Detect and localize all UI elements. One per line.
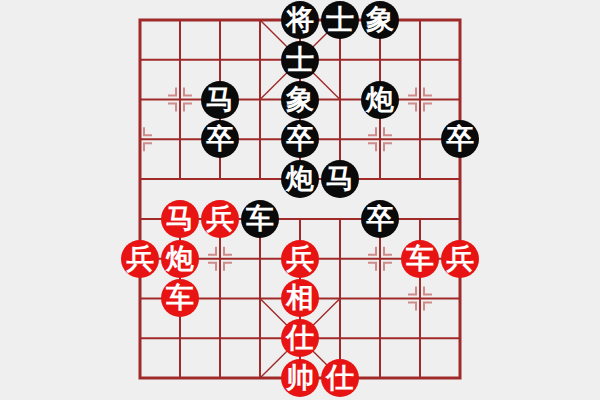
- piece-black-elephant[interactable]: 象: [361, 1, 399, 39]
- piece-black-elephant[interactable]: 象: [281, 81, 319, 119]
- piece-black-general[interactable]: 将: [281, 1, 319, 39]
- piece-black-cannon[interactable]: 炮: [281, 160, 319, 198]
- xiangqi-board: 将士象士马象炮卒卒卒炮马马兵车卒兵炮兵车兵车相仕帅仕: [0, 0, 600, 400]
- piece-black-horse[interactable]: 马: [321, 160, 359, 198]
- piece-black-horse[interactable]: 马: [201, 81, 239, 119]
- piece-red-advisor[interactable]: 仕: [281, 319, 319, 357]
- piece-black-soldier[interactable]: 卒: [281, 120, 319, 158]
- piece-red-soldier[interactable]: 兵: [201, 200, 239, 238]
- piece-red-cannon[interactable]: 炮: [161, 240, 199, 278]
- piece-black-soldier[interactable]: 卒: [201, 120, 239, 158]
- piece-red-soldier[interactable]: 兵: [281, 240, 319, 278]
- piece-red-chariot[interactable]: 车: [401, 240, 439, 278]
- piece-black-soldier[interactable]: 卒: [441, 120, 479, 158]
- piece-red-general[interactable]: 帅: [281, 359, 319, 397]
- piece-red-chariot[interactable]: 车: [161, 279, 199, 317]
- piece-red-soldier[interactable]: 兵: [121, 240, 159, 278]
- piece-red-elephant[interactable]: 相: [281, 279, 319, 317]
- piece-black-soldier[interactable]: 卒: [361, 200, 399, 238]
- piece-red-soldier[interactable]: 兵: [441, 240, 479, 278]
- piece-black-cannon[interactable]: 炮: [361, 81, 399, 119]
- piece-red-advisor[interactable]: 仕: [321, 359, 359, 397]
- piece-black-advisor[interactable]: 士: [321, 1, 359, 39]
- piece-black-chariot[interactable]: 车: [241, 200, 279, 238]
- piece-black-advisor[interactable]: 士: [281, 41, 319, 79]
- piece-red-horse[interactable]: 马: [161, 200, 199, 238]
